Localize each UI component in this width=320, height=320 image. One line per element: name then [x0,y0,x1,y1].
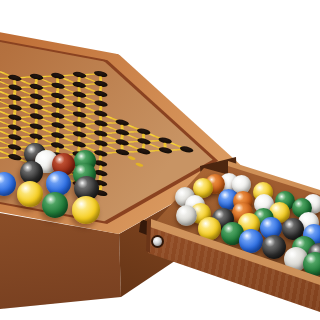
star-line-dash [142,143,145,147]
star-line-dash [99,175,102,179]
star-line-dash [78,146,81,150]
star-line-dash [121,124,124,128]
drawer-marble-blue[interactable] [239,229,263,253]
star-line-dash [35,99,38,103]
star-line-dash [99,185,102,189]
star-line-dash [56,88,59,92]
star-line-dash [164,142,167,146]
star-line-dash [56,127,59,131]
star-line-dash [78,136,81,140]
star-line-dash [13,80,16,84]
board-marble-yellow[interactable] [72,196,100,224]
star-line-dash [13,139,16,143]
star-line-dash [78,107,81,111]
drawer-marble-yellow[interactable] [198,217,221,240]
star-line-dash [56,78,59,82]
star-line-dash [78,97,81,101]
board-marble-green[interactable] [42,192,68,218]
chinese-checkers-product-photo [0,0,320,320]
star-line-dash [56,137,59,141]
star-line-dash [35,79,38,83]
star-line-dash [13,119,16,123]
star-line-dash [13,100,16,104]
star-line-dash [78,116,81,120]
star-line-dash [78,87,81,91]
star-line-dash [121,144,124,148]
star-line-dash [13,129,16,133]
star-line-dash [99,125,102,129]
star-line-dash [78,126,81,130]
drawer-knob[interactable] [153,237,162,246]
star-line-dash [99,165,102,169]
star-line-dash [35,118,38,122]
star-line-dash [13,90,16,94]
star-line-dash [35,138,38,142]
star-line-dash [99,106,102,110]
star-line-dash [99,155,102,159]
star-line-dash [35,128,38,132]
star-line-dash [99,86,102,90]
star-line-dash [35,89,38,93]
star-line-dash [99,145,102,149]
star-line-dash [56,147,59,151]
star-line-dash [142,133,145,137]
star-line-dash [78,77,81,81]
star-line-dash [35,108,38,112]
star-line-dash [99,135,102,139]
star-line-dash [56,98,59,102]
star-line-dash [13,109,16,113]
star-line-dash [99,115,102,119]
drawer-marble-gray[interactable] [176,205,197,226]
star-line-dash [56,108,59,112]
board-marble-yellow[interactable] [17,181,43,207]
star-line-dash [56,117,59,121]
drawer-marble-black[interactable] [262,235,286,259]
star-line-dash [99,96,102,100]
star-line-dash [13,149,16,153]
star-line-dash [99,76,102,80]
